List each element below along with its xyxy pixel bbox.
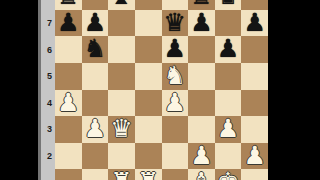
square-a5 (55, 63, 82, 90)
black-pawn-f7: ♟ (190, 10, 212, 37)
square-g6: ♟ (215, 36, 242, 63)
square-h6 (241, 36, 268, 63)
black-pawn-a7: ♟ (57, 10, 79, 37)
square-f7: ♟ (188, 10, 215, 37)
rank-label-8: 8 (41, 0, 55, 10)
square-d3 (135, 116, 162, 143)
rank-label-2: 2 (41, 143, 55, 170)
white-bishop-f1: ♝ (190, 169, 212, 180)
square-d5 (135, 63, 162, 90)
square-c8: ♝ (108, 0, 135, 10)
square-g4 (215, 90, 242, 117)
chess-video-frame: 87654321 ♜♝♜♚♟♟♛♟♟♞♟♟♞♟♟♟♛♟♟♟♜♜♝♚ (0, 0, 320, 180)
square-f3 (188, 116, 215, 143)
square-h2: ♟ (241, 143, 268, 170)
square-e7: ♛ (162, 10, 189, 37)
rank-label-4: 4 (41, 90, 55, 117)
square-g3: ♟ (215, 116, 242, 143)
square-c1: ♜ (108, 169, 135, 180)
square-b2 (82, 143, 109, 170)
square-c6 (108, 36, 135, 63)
square-h1 (241, 169, 268, 180)
square-c7 (108, 10, 135, 37)
square-d1: ♜ (135, 169, 162, 180)
rank-label-7: 7 (41, 10, 55, 37)
square-g7 (215, 10, 242, 37)
white-pawn-e4: ♟ (164, 90, 186, 117)
square-b7: ♟ (82, 10, 109, 37)
chess-board: ♜♝♜♚♟♟♛♟♟♞♟♟♞♟♟♟♛♟♟♟♜♜♝♚ (55, 0, 268, 180)
square-e4: ♟ (162, 90, 189, 117)
square-c5 (108, 63, 135, 90)
square-b6: ♞ (82, 36, 109, 63)
square-a2 (55, 143, 82, 170)
square-d7 (135, 10, 162, 37)
square-f6 (188, 36, 215, 63)
black-queen-e7: ♛ (164, 10, 186, 37)
square-e3 (162, 116, 189, 143)
black-pawn-h7: ♟ (243, 10, 265, 37)
rank-label-3: 3 (41, 116, 55, 143)
square-h3 (241, 116, 268, 143)
square-f5 (188, 63, 215, 90)
square-a6 (55, 36, 82, 63)
square-a7: ♟ (55, 10, 82, 37)
black-bishop-c8: ♝ (110, 0, 132, 10)
square-d4 (135, 90, 162, 117)
square-c4 (108, 90, 135, 117)
square-f4 (188, 90, 215, 117)
square-g1: ♚ (215, 169, 242, 180)
square-g2 (215, 143, 242, 170)
square-b5 (82, 63, 109, 90)
black-pawn-e6: ♟ (164, 36, 186, 63)
rank-label-6: 6 (41, 36, 55, 63)
square-c3: ♛ (108, 116, 135, 143)
square-f2: ♟ (188, 143, 215, 170)
square-a1 (55, 169, 82, 180)
white-knight-e5: ♞ (164, 63, 186, 90)
square-b1 (82, 169, 109, 180)
black-pawn-b7: ♟ (84, 10, 106, 37)
white-king-g1: ♚ (217, 169, 239, 180)
white-rook-c1: ♜ (110, 169, 132, 180)
square-g8: ♚ (215, 0, 242, 10)
rank-label-strip: 87654321 (38, 0, 55, 180)
rank-label-1: 1 (41, 169, 55, 180)
square-h7: ♟ (241, 10, 268, 37)
square-h5 (241, 63, 268, 90)
white-pawn-g3: ♟ (217, 116, 239, 143)
square-d8 (135, 0, 162, 10)
square-h4 (241, 90, 268, 117)
white-pawn-a4: ♟ (57, 90, 79, 117)
square-e1 (162, 169, 189, 180)
black-pawn-g6: ♟ (217, 36, 239, 63)
white-pawn-f2: ♟ (190, 143, 212, 170)
square-e2 (162, 143, 189, 170)
square-b3: ♟ (82, 116, 109, 143)
black-knight-b6: ♞ (84, 36, 106, 63)
square-g5 (215, 63, 242, 90)
white-queen-c3: ♛ (110, 116, 132, 143)
white-pawn-b3: ♟ (84, 116, 106, 143)
rank-label-5: 5 (41, 63, 55, 90)
white-pawn-h2: ♟ (243, 143, 265, 170)
black-king-g8: ♚ (217, 0, 239, 10)
square-d2 (135, 143, 162, 170)
square-e5: ♞ (162, 63, 189, 90)
square-a4: ♟ (55, 90, 82, 117)
square-f1: ♝ (188, 169, 215, 180)
square-e6: ♟ (162, 36, 189, 63)
white-rook-d1: ♜ (137, 169, 159, 180)
square-c2 (108, 143, 135, 170)
square-d6 (135, 36, 162, 63)
square-b4 (82, 90, 109, 117)
square-a3 (55, 116, 82, 143)
